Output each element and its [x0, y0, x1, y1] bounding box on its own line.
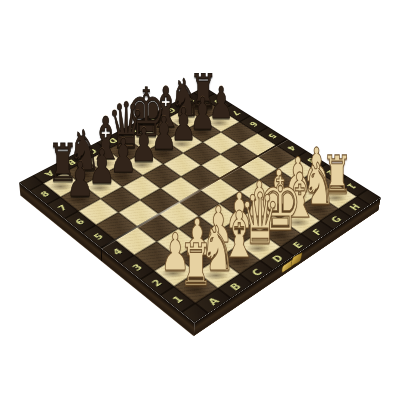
rank-label-text: 3 [130, 262, 145, 272]
piece-black-pawn-a7[interactable]: ♟ [66, 156, 94, 204]
chess-set-photo: ABCDEFGH8877665544332211ABCDEFGH ♜♞♝♛♚♝♞… [0, 0, 400, 400]
rank-label-text: 5 [91, 232, 105, 242]
rank-label-text: 4 [110, 246, 124, 256]
rank-label-text: 6 [73, 217, 87, 227]
rank-label-text: 5 [266, 132, 279, 140]
square-a4[interactable] [115, 227, 156, 255]
square-b5[interactable] [118, 200, 158, 227]
rank-label-text: 6 [247, 121, 260, 129]
piece-white-rook-a1[interactable]: ♜ [179, 237, 212, 295]
square-a5[interactable] [96, 213, 137, 240]
fold-seam-wall-cut [101, 248, 102, 262]
square-c5[interactable] [140, 188, 180, 214]
